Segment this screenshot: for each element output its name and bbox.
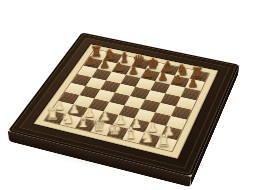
piece-black-pawn[interactable]: ♟: [140, 68, 156, 79]
piece-black-pawn[interactable]: ♟: [185, 78, 201, 89]
square-h6[interactable]: [181, 88, 201, 101]
maple-border: ♜♞♝♛♚♝♞♜♟♟♟♟♟♟♟♟♟♟♟♟♟♟♟♟♜♞♝♛♚♝♞♜: [33, 44, 218, 159]
piece-black-pawn[interactable]: ♟: [170, 75, 186, 86]
piece-white-bishop[interactable]: ♝: [75, 114, 92, 129]
square-f6[interactable]: [150, 81, 170, 93]
piece-black-pawn[interactable]: ♟: [155, 72, 171, 83]
product-photo: ♜♞♝♛♚♝♞♜♟♟♟♟♟♟♟♟♟♟♟♟♟♟♟♟♜♞♝♛♚♝♞♜: [0, 0, 260, 190]
piece-white-rook[interactable]: ♜: [155, 133, 172, 148]
square-e5[interactable]: [130, 87, 150, 100]
piece-black-pawn[interactable]: ♟: [83, 56, 98, 66]
piece-white-bishop[interactable]: ♝: [122, 126, 139, 141]
piece-white-rook[interactable]: ♜: [44, 107, 61, 122]
square-f5[interactable]: [145, 90, 165, 103]
piece-black-pawn[interactable]: ♟: [126, 65, 141, 76]
piece-white-knight[interactable]: ♞: [139, 129, 156, 144]
piece-black-pawn[interactable]: ♟: [111, 62, 126, 73]
piece-white-king[interactable]: ♚: [106, 122, 123, 137]
square-h5[interactable]: [176, 97, 196, 110]
piece-black-pawn[interactable]: ♟: [97, 59, 112, 70]
piece-white-queen[interactable]: ♛: [91, 118, 108, 133]
chess-board: ♜♞♝♛♚♝♞♜♟♟♟♟♟♟♟♟♟♟♟♟♟♟♟♟♜♞♝♛♚♝♞♜: [45, 49, 209, 151]
piece-white-knight[interactable]: ♞: [60, 111, 77, 126]
square-h1[interactable]: ♜: [155, 136, 177, 151]
